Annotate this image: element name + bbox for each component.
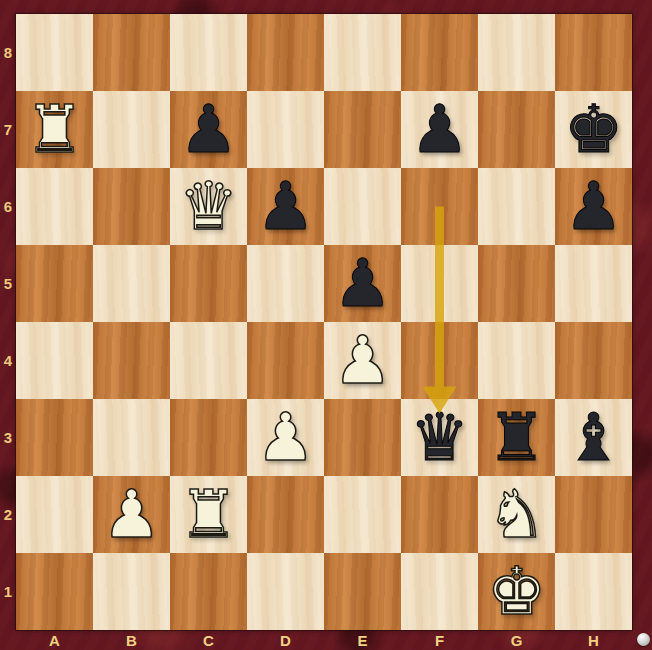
square-c6[interactable]: ♛ (170, 168, 247, 245)
square-b3[interactable] (93, 399, 170, 476)
rank-label-8: 8 (0, 14, 16, 91)
piece-white-rook-c2[interactable]: ♜ (179, 476, 238, 553)
piece-white-queen-c6[interactable]: ♛ (179, 168, 238, 245)
file-label-e: E (324, 630, 401, 650)
piece-white-rook-a7[interactable]: ♜ (25, 91, 84, 168)
square-c7[interactable]: ♟ (170, 91, 247, 168)
rank-label-6: 6 (0, 168, 16, 245)
square-g5[interactable] (478, 245, 555, 322)
file-label-h: H (555, 630, 632, 650)
piece-white-pawn-e4[interactable]: ♟ (333, 322, 392, 399)
square-b2[interactable]: ♟ (93, 476, 170, 553)
square-g3[interactable]: ♜ (478, 399, 555, 476)
square-h8[interactable] (555, 14, 632, 91)
piece-black-rook-g3[interactable]: ♜ (487, 399, 546, 476)
square-d8[interactable] (247, 14, 324, 91)
square-g7[interactable] (478, 91, 555, 168)
rank-label-2: 2 (0, 476, 16, 553)
board: ♜♟♟♚♛♟♟♟♟♟♛♜♝♟♜♞♚ (16, 14, 632, 630)
square-d1[interactable] (247, 553, 324, 630)
piece-black-bishop-h3[interactable]: ♝ (564, 399, 623, 476)
square-h5[interactable] (555, 245, 632, 322)
square-b1[interactable] (93, 553, 170, 630)
square-g8[interactable] (478, 14, 555, 91)
square-d2[interactable] (247, 476, 324, 553)
square-a5[interactable] (16, 245, 93, 322)
square-f2[interactable] (401, 476, 478, 553)
square-g6[interactable] (478, 168, 555, 245)
square-f3[interactable]: ♛ (401, 399, 478, 476)
piece-black-pawn-h6[interactable]: ♟ (564, 168, 623, 245)
piece-white-pawn-b2[interactable]: ♟ (102, 476, 161, 553)
square-h1[interactable] (555, 553, 632, 630)
square-d4[interactable] (247, 322, 324, 399)
rank-label-5: 5 (0, 245, 16, 322)
square-c8[interactable] (170, 14, 247, 91)
square-c5[interactable] (170, 245, 247, 322)
piece-black-pawn-f7[interactable]: ♟ (410, 91, 469, 168)
square-e4[interactable]: ♟ (324, 322, 401, 399)
square-h6[interactable]: ♟ (555, 168, 632, 245)
rank-label-4: 4 (0, 322, 16, 399)
square-a4[interactable] (16, 322, 93, 399)
rank-labels: 87654321 (0, 14, 16, 630)
square-c1[interactable] (170, 553, 247, 630)
piece-white-king-g1[interactable]: ♚ (487, 553, 546, 630)
file-label-d: D (247, 630, 324, 650)
rank-label-1: 1 (0, 553, 16, 630)
chessboard-frame: 87654321 ♜♟♟♚♛♟♟♟♟♟♛♜♝♟♜♞♚ ABCDEFGH (0, 0, 652, 650)
file-label-a: A (16, 630, 93, 650)
square-d7[interactable] (247, 91, 324, 168)
file-label-c: C (170, 630, 247, 650)
square-a2[interactable] (16, 476, 93, 553)
square-g1[interactable]: ♚ (478, 553, 555, 630)
square-b5[interactable] (93, 245, 170, 322)
square-h3[interactable]: ♝ (555, 399, 632, 476)
rank-label-3: 3 (0, 399, 16, 476)
file-label-f: F (401, 630, 478, 650)
piece-white-knight-g2[interactable]: ♞ (487, 476, 546, 553)
square-a8[interactable] (16, 14, 93, 91)
square-b4[interactable] (93, 322, 170, 399)
square-e6[interactable] (324, 168, 401, 245)
square-b8[interactable] (93, 14, 170, 91)
square-h2[interactable] (555, 476, 632, 553)
square-a3[interactable] (16, 399, 93, 476)
square-e5[interactable]: ♟ (324, 245, 401, 322)
square-g4[interactable] (478, 322, 555, 399)
square-a6[interactable] (16, 168, 93, 245)
square-a7[interactable]: ♜ (16, 91, 93, 168)
square-e7[interactable] (324, 91, 401, 168)
square-e3[interactable] (324, 399, 401, 476)
square-e8[interactable] (324, 14, 401, 91)
square-f8[interactable] (401, 14, 478, 91)
square-c2[interactable]: ♜ (170, 476, 247, 553)
file-labels: ABCDEFGH (16, 630, 632, 650)
square-e1[interactable] (324, 553, 401, 630)
square-d6[interactable]: ♟ (247, 168, 324, 245)
square-f4[interactable] (401, 322, 478, 399)
square-h4[interactable] (555, 322, 632, 399)
square-b6[interactable] (93, 168, 170, 245)
square-f1[interactable] (401, 553, 478, 630)
square-d5[interactable] (247, 245, 324, 322)
rank-label-7: 7 (0, 91, 16, 168)
square-h7[interactable]: ♚ (555, 91, 632, 168)
square-d3[interactable]: ♟ (247, 399, 324, 476)
piece-black-pawn-c7[interactable]: ♟ (179, 91, 238, 168)
square-f6[interactable] (401, 168, 478, 245)
file-label-g: G (478, 630, 555, 650)
square-f5[interactable] (401, 245, 478, 322)
square-c4[interactable] (170, 322, 247, 399)
piece-black-pawn-e5[interactable]: ♟ (333, 245, 392, 322)
square-e2[interactable] (324, 476, 401, 553)
piece-black-queen-f3[interactable]: ♛ (410, 399, 469, 476)
piece-black-king-h7[interactable]: ♚ (564, 91, 623, 168)
piece-black-pawn-d6[interactable]: ♟ (256, 168, 315, 245)
square-g2[interactable]: ♞ (478, 476, 555, 553)
piece-white-pawn-d3[interactable]: ♟ (256, 399, 315, 476)
square-f7[interactable]: ♟ (401, 91, 478, 168)
square-c3[interactable] (170, 399, 247, 476)
square-b7[interactable] (93, 91, 170, 168)
square-a1[interactable] (16, 553, 93, 630)
side-to-move-indicator (637, 633, 650, 646)
file-label-b: B (93, 630, 170, 650)
